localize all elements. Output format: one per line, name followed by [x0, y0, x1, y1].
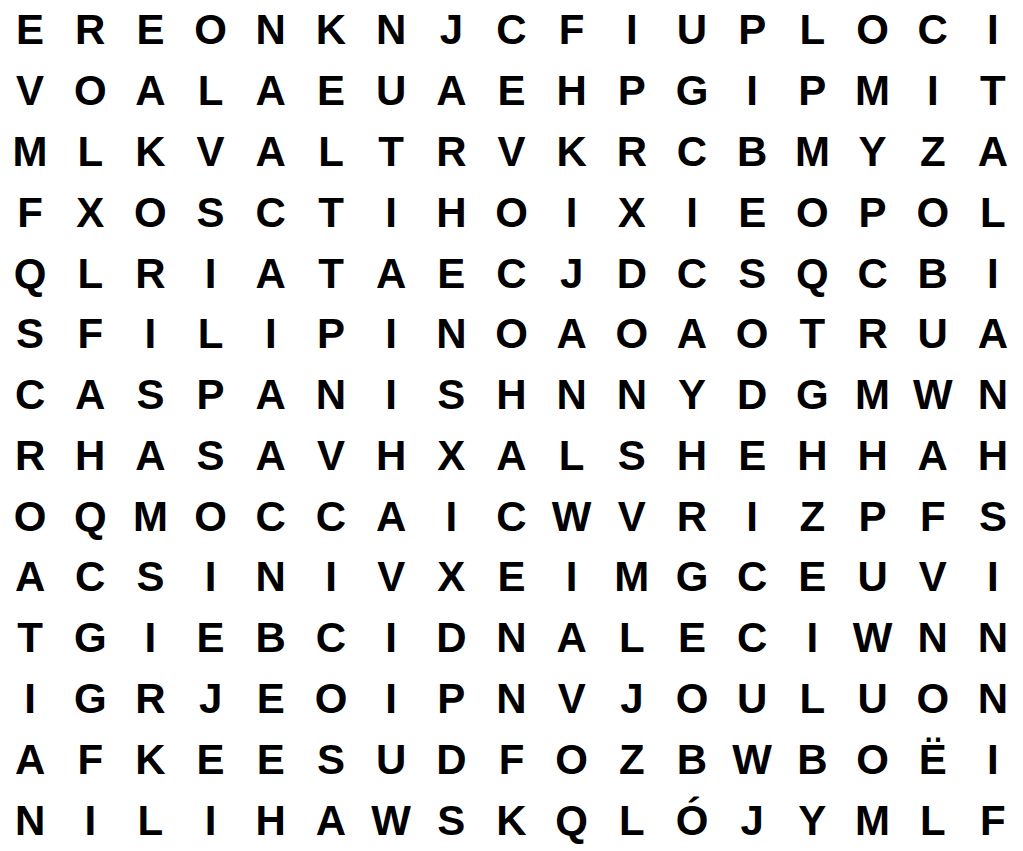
grid-cell-r5c6[interactable]: T	[301, 243, 361, 304]
grid-cell-r14c7[interactable]: W	[361, 790, 421, 851]
word-search-page: EREONKNJCFIUPLOCIVOALAEUAEHPGIPMITMLKVAL…	[0, 0, 1023, 851]
grid-cell-r1c2[interactable]: R	[60, 0, 120, 61]
grid-cell-r1c3[interactable]: E	[120, 0, 180, 61]
grid-cell-r7c2[interactable]: A	[60, 365, 120, 426]
grid-cell-r9c12[interactable]: R	[662, 486, 722, 547]
grid-cell-r3c3[interactable]: K	[120, 122, 180, 183]
word-search-grid: EREONKNJCFIUPLOCIVOALAEUAEHPGIPMITMLKVAL…	[0, 0, 1023, 851]
grid-cell-r7c8[interactable]: S	[421, 365, 481, 426]
grid-cell-r8c4[interactable]: S	[181, 425, 241, 486]
grid-cell-r10c6[interactable]: I	[301, 547, 361, 608]
grid-cell-r8c12[interactable]: H	[662, 425, 722, 486]
grid-cell-r10c3[interactable]: S	[120, 547, 180, 608]
grid-cell-r14c2[interactable]: I	[60, 790, 120, 851]
grid-cell-r8c16[interactable]: A	[903, 425, 963, 486]
grid-cell-r5c15[interactable]: C	[842, 243, 902, 304]
grid-cell-r3c16[interactable]: Z	[903, 122, 963, 183]
grid-cell-r4c13[interactable]: E	[722, 182, 782, 243]
grid-cell-r2c10[interactable]: H	[542, 61, 602, 122]
grid-cell-r12c14[interactable]: L	[782, 669, 842, 730]
grid-cell-r8c6[interactable]: V	[301, 425, 361, 486]
grid-cell-r5c16[interactable]: B	[903, 243, 963, 304]
grid-cell-r9c2[interactable]: Q	[60, 486, 120, 547]
grid-cell-r12c12[interactable]: O	[662, 669, 722, 730]
grid-cell-r13c9[interactable]: F	[481, 729, 541, 790]
grid-cell-r5c2[interactable]: L	[60, 243, 120, 304]
grid-cell-r7c4[interactable]: P	[181, 365, 241, 426]
grid-cell-r6c2[interactable]: F	[60, 304, 120, 365]
grid-cell-r6c8[interactable]: N	[421, 304, 481, 365]
grid-cell-r13c8[interactable]: D	[421, 729, 481, 790]
grid-cell-r11c3[interactable]: I	[120, 608, 180, 669]
grid-cell-r7c10[interactable]: N	[542, 365, 602, 426]
grid-cell-r2c11[interactable]: P	[602, 61, 662, 122]
grid-cell-r11c12[interactable]: E	[662, 608, 722, 669]
grid-cell-r13c17[interactable]: I	[963, 729, 1023, 790]
grid-cell-r3c9[interactable]: V	[481, 122, 541, 183]
grid-cell-r6c9[interactable]: O	[481, 304, 541, 365]
grid-cell-r14c8[interactable]: S	[421, 790, 481, 851]
grid-cell-r10c8[interactable]: X	[421, 547, 481, 608]
grid-cell-r11c1[interactable]: T	[0, 608, 60, 669]
grid-cell-r11c7[interactable]: I	[361, 608, 421, 669]
grid-cell-r12c1[interactable]: I	[0, 669, 60, 730]
grid-cell-r2c2[interactable]: O	[60, 61, 120, 122]
grid-cell-r5c4[interactable]: I	[181, 243, 241, 304]
grid-cell-r14c13[interactable]: J	[722, 790, 782, 851]
grid-cell-r11c14[interactable]: I	[782, 608, 842, 669]
grid-cell-r9c5[interactable]: C	[241, 486, 301, 547]
grid-cell-r6c7[interactable]: I	[361, 304, 421, 365]
grid-cell-r8c8[interactable]: X	[421, 425, 481, 486]
grid-cell-r14c15[interactable]: M	[842, 790, 902, 851]
grid-cell-r6c17[interactable]: A	[963, 304, 1023, 365]
grid-cell-r6c10[interactable]: A	[542, 304, 602, 365]
grid-cell-r4c6[interactable]: T	[301, 182, 361, 243]
grid-cell-r4c2[interactable]: X	[60, 182, 120, 243]
grid-cell-r1c16[interactable]: C	[903, 0, 963, 61]
grid-cell-r14c1[interactable]: N	[0, 790, 60, 851]
grid-cell-r12c17[interactable]: N	[963, 669, 1023, 730]
grid-cell-r13c7[interactable]: U	[361, 729, 421, 790]
grid-cell-r7c1[interactable]: C	[0, 365, 60, 426]
grid-cell-r10c15[interactable]: U	[842, 547, 902, 608]
grid-cell-r2c9[interactable]: E	[481, 61, 541, 122]
grid-cell-r8c11[interactable]: S	[602, 425, 662, 486]
grid-cell-r4c9[interactable]: O	[481, 182, 541, 243]
grid-cell-r3c15[interactable]: Y	[842, 122, 902, 183]
grid-cell-r4c11[interactable]: X	[602, 182, 662, 243]
grid-cell-r1c4[interactable]: O	[181, 0, 241, 61]
grid-cell-r6c13[interactable]: O	[722, 304, 782, 365]
grid-cell-r2c8[interactable]: A	[421, 61, 481, 122]
grid-cell-r6c1[interactable]: S	[0, 304, 60, 365]
grid-cell-r8c15[interactable]: H	[842, 425, 902, 486]
grid-cell-r12c11[interactable]: J	[602, 669, 662, 730]
grid-cell-r3c2[interactable]: L	[60, 122, 120, 183]
grid-cell-r3c14[interactable]: M	[782, 122, 842, 183]
grid-cell-r5c7[interactable]: A	[361, 243, 421, 304]
grid-cell-r14c9[interactable]: K	[481, 790, 541, 851]
grid-cell-r12c6[interactable]: O	[301, 669, 361, 730]
grid-cell-r10c10[interactable]: I	[542, 547, 602, 608]
grid-cell-r5c11[interactable]: D	[602, 243, 662, 304]
grid-cell-r1c6[interactable]: K	[301, 0, 361, 61]
grid-cell-r6c11[interactable]: O	[602, 304, 662, 365]
grid-cell-r4c10[interactable]: I	[542, 182, 602, 243]
grid-cell-r9c17[interactable]: S	[963, 486, 1023, 547]
grid-cell-r9c1[interactable]: O	[0, 486, 60, 547]
grid-cell-r12c15[interactable]: U	[842, 669, 902, 730]
grid-cell-r13c13[interactable]: W	[722, 729, 782, 790]
grid-cell-r11c9[interactable]: N	[481, 608, 541, 669]
grid-cell-r4c14[interactable]: O	[782, 182, 842, 243]
grid-cell-r1c12[interactable]: U	[662, 0, 722, 61]
grid-cell-r2c16[interactable]: I	[903, 61, 963, 122]
grid-cell-r5c5[interactable]: A	[241, 243, 301, 304]
grid-cell-r4c12[interactable]: I	[662, 182, 722, 243]
grid-cell-r9c13[interactable]: I	[722, 486, 782, 547]
grid-cell-r11c17[interactable]: N	[963, 608, 1023, 669]
grid-cell-r13c3[interactable]: K	[120, 729, 180, 790]
grid-cell-r3c10[interactable]: K	[542, 122, 602, 183]
grid-cell-r12c4[interactable]: J	[181, 669, 241, 730]
grid-cell-r4c5[interactable]: C	[241, 182, 301, 243]
grid-cell-r11c5[interactable]: B	[241, 608, 301, 669]
grid-cell-r8c17[interactable]: H	[963, 425, 1023, 486]
grid-cell-r11c11[interactable]: L	[602, 608, 662, 669]
grid-cell-r5c9[interactable]: C	[481, 243, 541, 304]
grid-cell-r6c15[interactable]: R	[842, 304, 902, 365]
grid-cell-r7c17[interactable]: N	[963, 365, 1023, 426]
grid-cell-r11c6[interactable]: C	[301, 608, 361, 669]
grid-cell-r2c15[interactable]: M	[842, 61, 902, 122]
grid-cell-r6c3[interactable]: I	[120, 304, 180, 365]
grid-cell-r3c1[interactable]: M	[0, 122, 60, 183]
grid-cell-r14c12[interactable]: Ó	[662, 790, 722, 851]
grid-cell-r12c16[interactable]: O	[903, 669, 963, 730]
grid-cell-r11c13[interactable]: C	[722, 608, 782, 669]
grid-cell-r3c12[interactable]: C	[662, 122, 722, 183]
grid-cell-r2c4[interactable]: L	[181, 61, 241, 122]
grid-cell-r5c13[interactable]: S	[722, 243, 782, 304]
grid-cell-r14c5[interactable]: H	[241, 790, 301, 851]
grid-cell-r12c5[interactable]: E	[241, 669, 301, 730]
grid-cell-r11c15[interactable]: W	[842, 608, 902, 669]
grid-cell-r13c16[interactable]: Ë	[903, 729, 963, 790]
grid-cell-r8c7[interactable]: H	[361, 425, 421, 486]
grid-cell-r8c9[interactable]: A	[481, 425, 541, 486]
grid-cell-r5c17[interactable]: I	[963, 243, 1023, 304]
grid-cell-r10c5[interactable]: N	[241, 547, 301, 608]
grid-cell-r2c1[interactable]: V	[0, 61, 60, 122]
grid-cell-r4c4[interactable]: S	[181, 182, 241, 243]
grid-cell-r10c2[interactable]: C	[60, 547, 120, 608]
grid-cell-r7c3[interactable]: S	[120, 365, 180, 426]
grid-cell-r12c10[interactable]: V	[542, 669, 602, 730]
grid-cell-r4c16[interactable]: O	[903, 182, 963, 243]
grid-cell-r1c14[interactable]: L	[782, 0, 842, 61]
grid-cell-r10c12[interactable]: G	[662, 547, 722, 608]
grid-cell-r1c8[interactable]: J	[421, 0, 481, 61]
grid-cell-r1c11[interactable]: I	[602, 0, 662, 61]
grid-cell-r6c6[interactable]: P	[301, 304, 361, 365]
grid-cell-r3c6[interactable]: L	[301, 122, 361, 183]
grid-cell-r10c1[interactable]: A	[0, 547, 60, 608]
grid-cell-r1c10[interactable]: F	[542, 0, 602, 61]
grid-cell-r9c11[interactable]: V	[602, 486, 662, 547]
grid-cell-r10c11[interactable]: M	[602, 547, 662, 608]
grid-cell-r10c14[interactable]: E	[782, 547, 842, 608]
grid-cell-r6c4[interactable]: L	[181, 304, 241, 365]
grid-cell-r9c7[interactable]: A	[361, 486, 421, 547]
grid-cell-r10c4[interactable]: I	[181, 547, 241, 608]
grid-cell-r14c16[interactable]: L	[903, 790, 963, 851]
grid-cell-r6c16[interactable]: U	[903, 304, 963, 365]
grid-cell-r13c4[interactable]: E	[181, 729, 241, 790]
grid-cell-r12c13[interactable]: U	[722, 669, 782, 730]
grid-cell-r5c12[interactable]: C	[662, 243, 722, 304]
grid-cell-r6c12[interactable]: A	[662, 304, 722, 365]
grid-cell-r13c14[interactable]: B	[782, 729, 842, 790]
grid-cell-r12c9[interactable]: N	[481, 669, 541, 730]
grid-cell-r11c2[interactable]: G	[60, 608, 120, 669]
grid-cell-r4c3[interactable]: O	[120, 182, 180, 243]
grid-cell-r2c3[interactable]: A	[120, 61, 180, 122]
grid-cell-r9c4[interactable]: O	[181, 486, 241, 547]
grid-cell-r2c14[interactable]: P	[782, 61, 842, 122]
grid-cell-r2c5[interactable]: A	[241, 61, 301, 122]
grid-cell-r13c12[interactable]: B	[662, 729, 722, 790]
grid-cell-r14c3[interactable]: L	[120, 790, 180, 851]
grid-cell-r7c5[interactable]: A	[241, 365, 301, 426]
grid-cell-r13c11[interactable]: Z	[602, 729, 662, 790]
grid-cell-r7c7[interactable]: I	[361, 365, 421, 426]
grid-cell-r1c7[interactable]: N	[361, 0, 421, 61]
grid-cell-r11c16[interactable]: N	[903, 608, 963, 669]
grid-cell-r12c2[interactable]: G	[60, 669, 120, 730]
grid-cell-r14c11[interactable]: L	[602, 790, 662, 851]
grid-cell-r8c10[interactable]: L	[542, 425, 602, 486]
grid-cell-r2c6[interactable]: E	[301, 61, 361, 122]
grid-cell-r3c13[interactable]: B	[722, 122, 782, 183]
grid-cell-r4c8[interactable]: H	[421, 182, 481, 243]
grid-cell-r14c10[interactable]: Q	[542, 790, 602, 851]
grid-cell-r3c4[interactable]: V	[181, 122, 241, 183]
grid-cell-r9c6[interactable]: C	[301, 486, 361, 547]
grid-cell-r1c17[interactable]: I	[963, 0, 1023, 61]
grid-cell-r8c2[interactable]: H	[60, 425, 120, 486]
grid-cell-r6c14[interactable]: T	[782, 304, 842, 365]
grid-cell-r7c9[interactable]: H	[481, 365, 541, 426]
grid-cell-r7c6[interactable]: N	[301, 365, 361, 426]
grid-cell-r8c5[interactable]: A	[241, 425, 301, 486]
grid-cell-r14c14[interactable]: Y	[782, 790, 842, 851]
grid-cell-r3c11[interactable]: R	[602, 122, 662, 183]
grid-cell-r14c17[interactable]: F	[963, 790, 1023, 851]
grid-cell-r2c7[interactable]: U	[361, 61, 421, 122]
grid-cell-r7c13[interactable]: D	[722, 365, 782, 426]
grid-cell-r13c15[interactable]: O	[842, 729, 902, 790]
grid-cell-r10c13[interactable]: C	[722, 547, 782, 608]
grid-cell-r8c14[interactable]: H	[782, 425, 842, 486]
grid-cell-r2c12[interactable]: G	[662, 61, 722, 122]
grid-cell-r7c11[interactable]: N	[602, 365, 662, 426]
grid-cell-r4c17[interactable]: L	[963, 182, 1023, 243]
grid-cell-r9c15[interactable]: P	[842, 486, 902, 547]
grid-cell-r5c10[interactable]: J	[542, 243, 602, 304]
grid-cell-r7c15[interactable]: M	[842, 365, 902, 426]
grid-cell-r9c16[interactable]: F	[903, 486, 963, 547]
grid-cell-r3c8[interactable]: R	[421, 122, 481, 183]
grid-cell-r5c8[interactable]: E	[421, 243, 481, 304]
grid-cell-r11c10[interactable]: A	[542, 608, 602, 669]
grid-cell-r2c13[interactable]: I	[722, 61, 782, 122]
grid-cell-r8c13[interactable]: E	[722, 425, 782, 486]
grid-cell-r1c1[interactable]: E	[0, 0, 60, 61]
grid-cell-r9c14[interactable]: Z	[782, 486, 842, 547]
grid-cell-r3c17[interactable]: A	[963, 122, 1023, 183]
grid-cell-r6c5[interactable]: I	[241, 304, 301, 365]
grid-cell-r1c15[interactable]: O	[842, 0, 902, 61]
grid-cell-r10c7[interactable]: V	[361, 547, 421, 608]
grid-cell-r9c3[interactable]: M	[120, 486, 180, 547]
grid-cell-r13c6[interactable]: S	[301, 729, 361, 790]
grid-cell-r5c14[interactable]: Q	[782, 243, 842, 304]
grid-cell-r7c14[interactable]: G	[782, 365, 842, 426]
grid-cell-r5c3[interactable]: R	[120, 243, 180, 304]
grid-cell-r1c13[interactable]: P	[722, 0, 782, 61]
grid-cell-r7c16[interactable]: W	[903, 365, 963, 426]
grid-cell-r13c5[interactable]: E	[241, 729, 301, 790]
grid-cell-r10c16[interactable]: V	[903, 547, 963, 608]
grid-cell-r8c3[interactable]: A	[120, 425, 180, 486]
grid-cell-r13c1[interactable]: A	[0, 729, 60, 790]
grid-cell-r1c9[interactable]: C	[481, 0, 541, 61]
grid-cell-r7c12[interactable]: Y	[662, 365, 722, 426]
grid-cell-r3c5[interactable]: A	[241, 122, 301, 183]
grid-cell-r12c8[interactable]: P	[421, 669, 481, 730]
grid-cell-r4c15[interactable]: P	[842, 182, 902, 243]
grid-cell-r14c6[interactable]: A	[301, 790, 361, 851]
grid-cell-r5c1[interactable]: Q	[0, 243, 60, 304]
grid-cell-r8c1[interactable]: R	[0, 425, 60, 486]
grid-cell-r10c17[interactable]: I	[963, 547, 1023, 608]
grid-cell-r12c3[interactable]: R	[120, 669, 180, 730]
grid-cell-r13c10[interactable]: O	[542, 729, 602, 790]
grid-cell-r4c7[interactable]: I	[361, 182, 421, 243]
grid-cell-r9c9[interactable]: C	[481, 486, 541, 547]
grid-cell-r11c8[interactable]: D	[421, 608, 481, 669]
grid-cell-r2c17[interactable]: T	[963, 61, 1023, 122]
grid-cell-r14c4[interactable]: I	[181, 790, 241, 851]
grid-cell-r1c5[interactable]: N	[241, 0, 301, 61]
grid-cell-r4c1[interactable]: F	[0, 182, 60, 243]
grid-cell-r13c2[interactable]: F	[60, 729, 120, 790]
grid-cell-r10c9[interactable]: E	[481, 547, 541, 608]
grid-cell-r12c7[interactable]: I	[361, 669, 421, 730]
grid-cell-r9c8[interactable]: I	[421, 486, 481, 547]
grid-cell-r9c10[interactable]: W	[542, 486, 602, 547]
grid-cell-r11c4[interactable]: E	[181, 608, 241, 669]
grid-cell-r3c7[interactable]: T	[361, 122, 421, 183]
